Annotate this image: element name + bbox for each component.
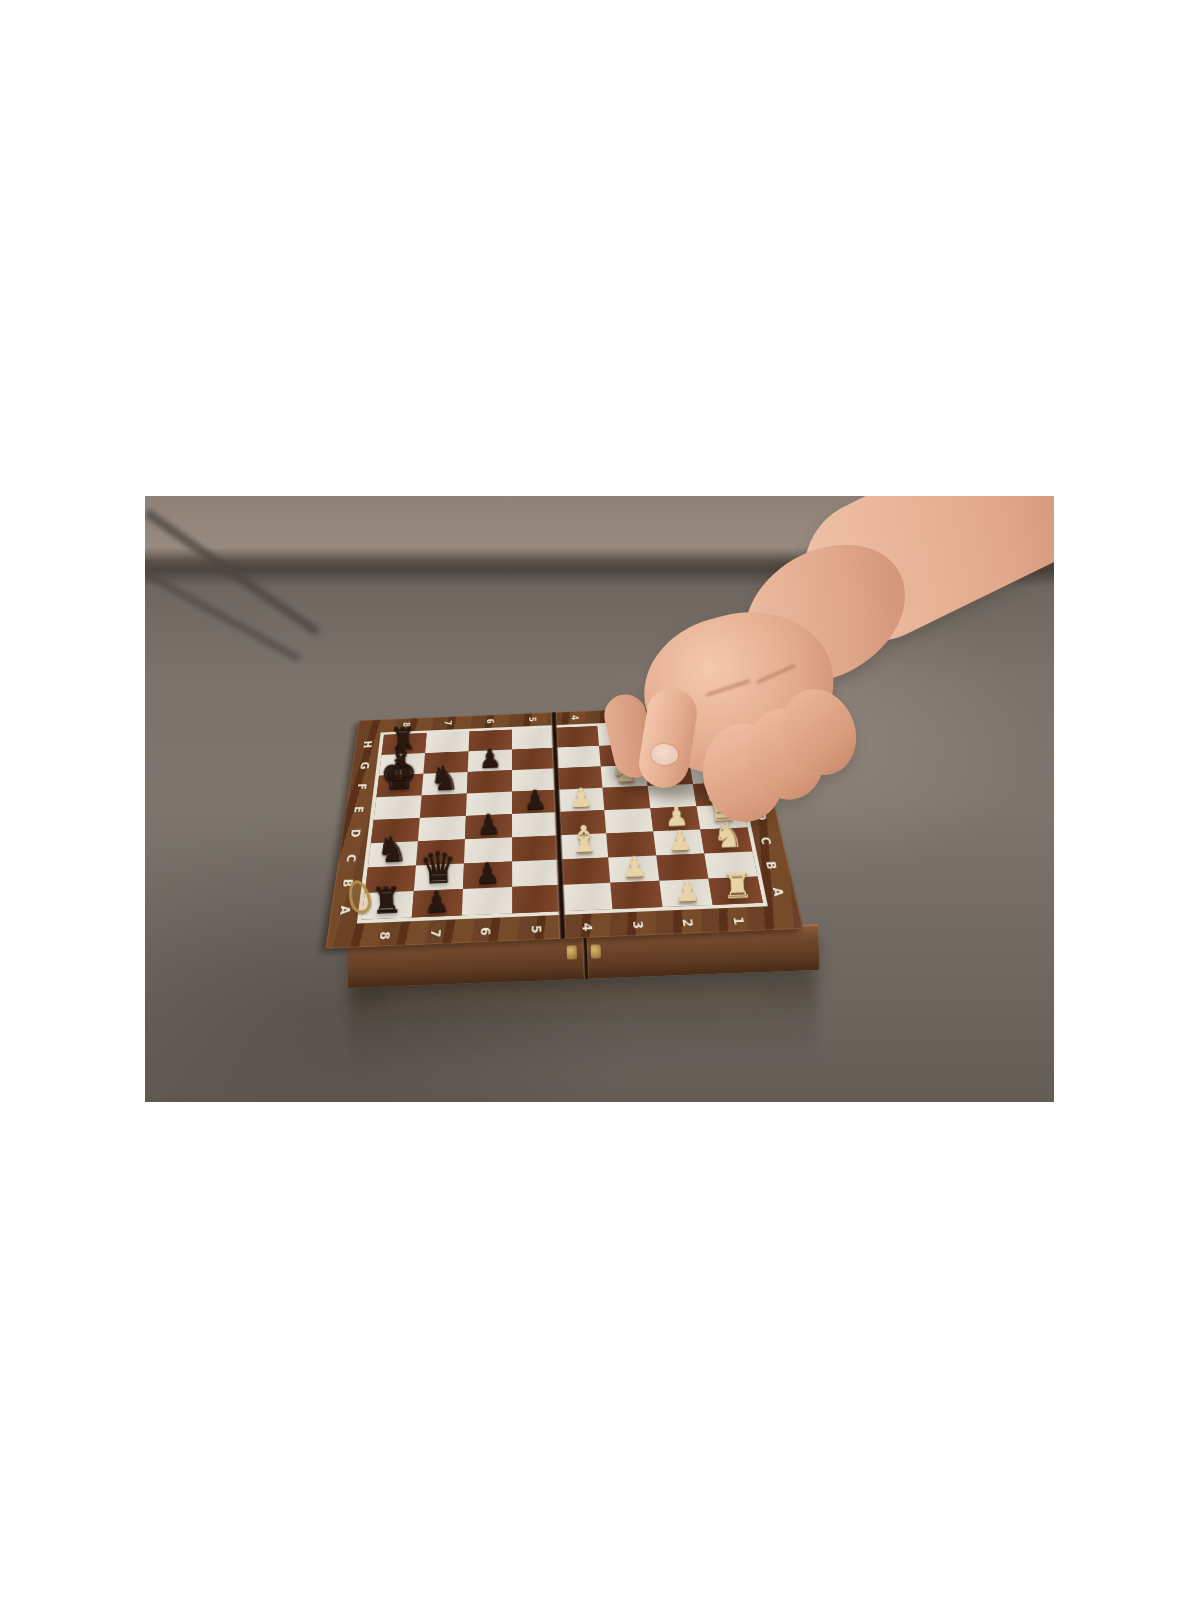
black-pawn-e5[interactable]: ♟ bbox=[522, 785, 547, 812]
coordinate-label: 6 bbox=[478, 926, 494, 935]
square-a5[interactable] bbox=[512, 885, 562, 913]
coordinate-label: A bbox=[769, 887, 787, 896]
black-pawn-d6[interactable]: ♟ bbox=[475, 810, 500, 838]
square-a6[interactable] bbox=[462, 887, 512, 916]
square-a7[interactable]: ♟ bbox=[412, 889, 463, 918]
square-d5[interactable] bbox=[512, 812, 559, 837]
glass-reflection bbox=[385, 988, 765, 1014]
white-pawn-a2[interactable]: ♟ bbox=[673, 876, 700, 906]
white-rook-a1[interactable]: ♜ bbox=[720, 867, 753, 904]
coordinate-label: 6 bbox=[484, 718, 496, 723]
square-b5[interactable] bbox=[512, 860, 561, 887]
square-g6[interactable]: ♟ bbox=[468, 749, 512, 772]
coordinate-label: F bbox=[354, 783, 369, 790]
square-f8[interactable]: ♚ bbox=[376, 774, 423, 797]
product-photo: HGFEDCBA HGFEDCBA 87654321 87654321 ♜♟♜♝… bbox=[145, 496, 1054, 1102]
square-b6[interactable]: ♟ bbox=[463, 862, 512, 889]
square-d7[interactable] bbox=[418, 816, 466, 841]
square-h7[interactable] bbox=[425, 731, 469, 753]
square-f7[interactable]: ♞ bbox=[422, 772, 468, 795]
page-background: HGFEDCBA HGFEDCBA 87654321 87654321 ♜♟♜♝… bbox=[0, 0, 1200, 1600]
coordinate-label: 4 bbox=[579, 922, 596, 931]
square-d6[interactable]: ♟ bbox=[465, 814, 512, 839]
coordinate-label: 5 bbox=[528, 924, 544, 933]
square-e5[interactable]: ♟ bbox=[512, 790, 558, 814]
black-pawn-g6[interactable]: ♟ bbox=[477, 744, 501, 770]
square-h5[interactable] bbox=[512, 728, 555, 750]
black-knight-c8[interactable]: ♞ bbox=[375, 830, 408, 866]
coordinate-label: 2 bbox=[680, 918, 697, 927]
square-c8[interactable]: ♞ bbox=[368, 841, 418, 867]
square-a4[interactable] bbox=[561, 883, 612, 911]
chair-leg bbox=[145, 561, 302, 663]
coordinate-label: 7 bbox=[442, 720, 454, 725]
black-pawn-a7[interactable]: ♟ bbox=[423, 886, 450, 916]
coordinate-label: 1 bbox=[730, 916, 748, 925]
black-knight-f7[interactable]: ♞ bbox=[428, 760, 459, 794]
square-f6[interactable] bbox=[467, 770, 512, 793]
coordinate-label: D bbox=[347, 829, 363, 838]
coordinate-label: 5 bbox=[526, 716, 538, 721]
coordinate-label: H bbox=[360, 740, 375, 748]
black-king-f8[interactable]: ♚ bbox=[378, 753, 418, 797]
square-e7[interactable] bbox=[420, 794, 467, 818]
black-queen-b7[interactable]: ♛ bbox=[417, 845, 457, 889]
square-a2[interactable]: ♟ bbox=[659, 879, 712, 907]
coordinate-label: C bbox=[344, 854, 360, 862]
square-c5[interactable] bbox=[512, 835, 560, 861]
square-e8[interactable] bbox=[374, 795, 422, 819]
square-g5[interactable] bbox=[512, 748, 556, 771]
square-a3[interactable] bbox=[610, 881, 662, 909]
coordinate-label: 4 bbox=[568, 715, 580, 720]
black-rook-a8[interactable]: ♜ bbox=[369, 882, 402, 919]
coordinate-label: 3 bbox=[629, 920, 646, 929]
square-a1[interactable]: ♜ bbox=[708, 877, 762, 905]
hand bbox=[585, 496, 1054, 866]
coordinate-label: 7 bbox=[427, 928, 444, 937]
coordinate-label: 8 bbox=[376, 931, 393, 940]
coordinate-label: E bbox=[351, 806, 366, 813]
coordinate-label: G bbox=[357, 761, 372, 769]
black-pawn-b6[interactable]: ♟ bbox=[474, 858, 500, 887]
